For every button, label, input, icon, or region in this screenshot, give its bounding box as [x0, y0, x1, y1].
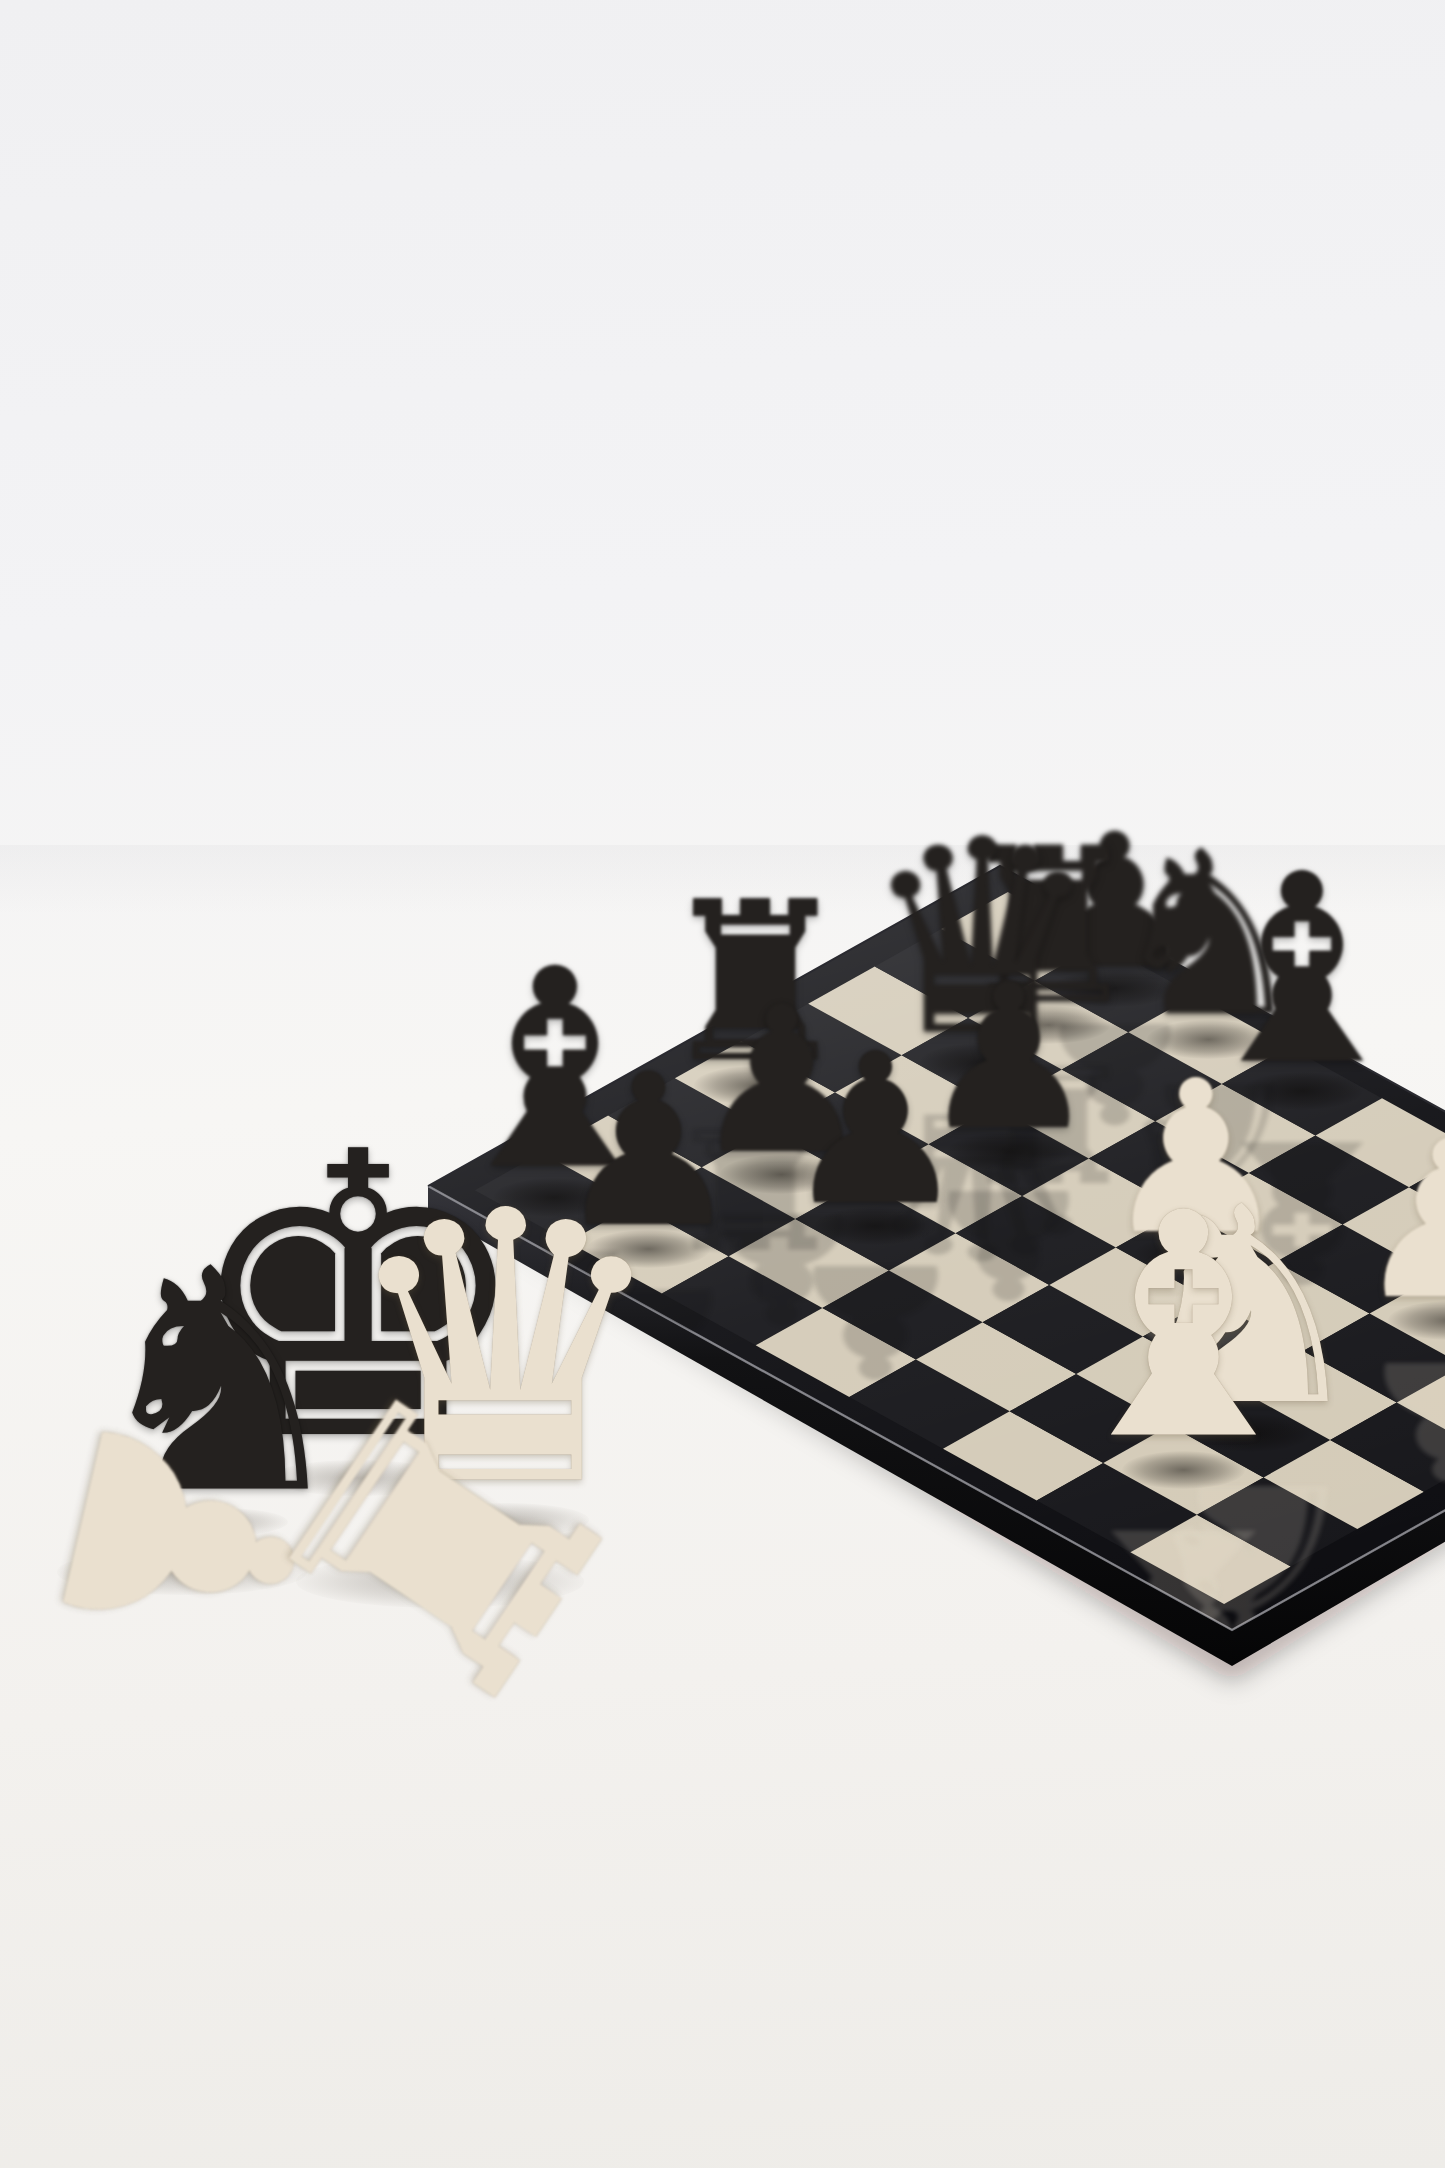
- black-pawn-c6: ♟: [782, 1026, 969, 1234]
- white-bishop-b2: ♝: [1045, 1173, 1323, 1483]
- pieces-layer: ♟♜♞♛♜♝♟♟♝♟♟♟♟♞♝♚♛♞♟♜: [0, 0, 1445, 2168]
- product-photo: ♟♜♞♛♜♝♟♟♝♟♟♟♟♞♝ ♟♜♞♛♜♝♟♟♝♟♟♟♟♞♝♚♛♞♟♜: [0, 0, 1445, 2168]
